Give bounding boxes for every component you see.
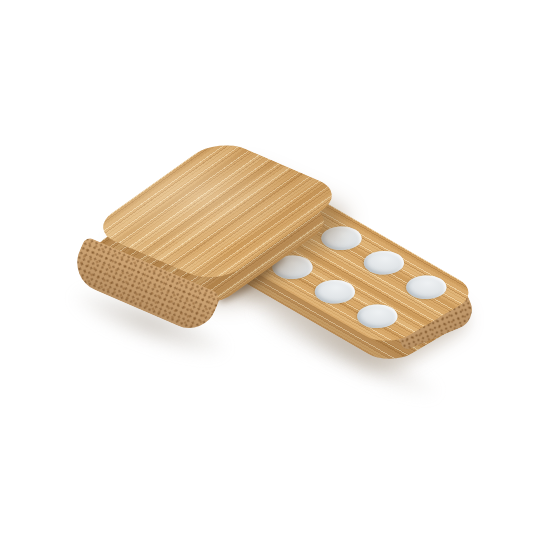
product-photo-stage: [0, 0, 550, 550]
pip: [397, 270, 454, 303]
pip: [348, 299, 405, 332]
pip: [355, 246, 412, 279]
pip: [306, 275, 363, 308]
